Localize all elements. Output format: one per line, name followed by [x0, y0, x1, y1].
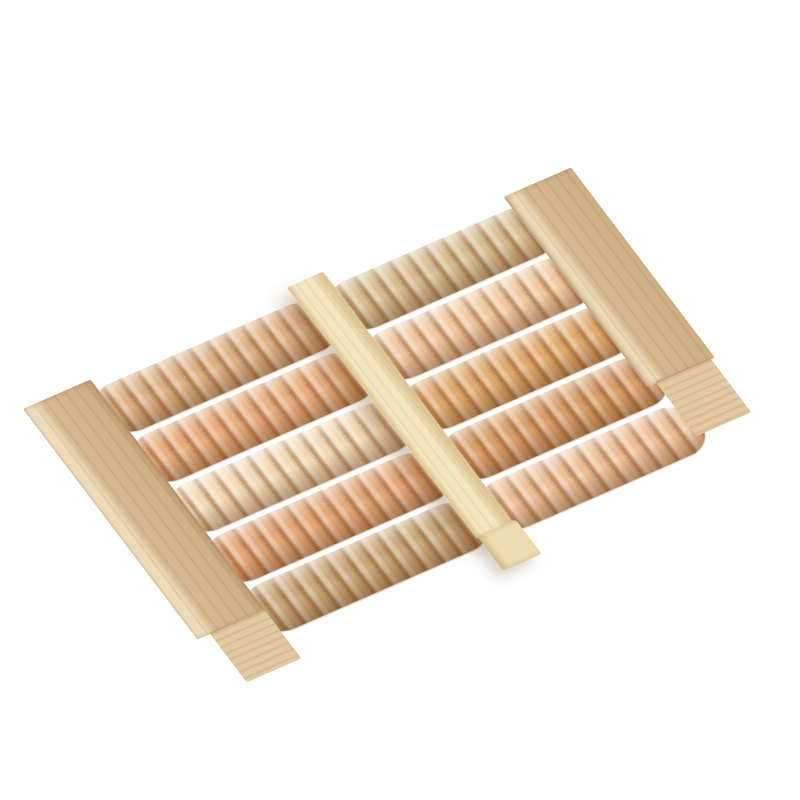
- foot-massage-roller-product: [25, 172, 775, 677]
- product-photo-stage: [0, 0, 800, 800]
